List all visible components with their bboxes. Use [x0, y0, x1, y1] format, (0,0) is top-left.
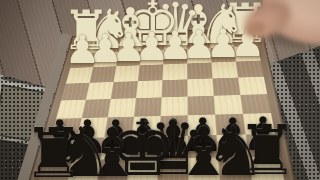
square-c1: [187, 34, 210, 49]
square-a4: [238, 77, 267, 95]
square-b5: [214, 95, 243, 115]
square-e2: [139, 50, 163, 66]
square-b1: [209, 33, 234, 48]
square-a2: [234, 46, 261, 62]
square-g4: [86, 82, 114, 100]
square-a5: [240, 94, 271, 114]
square-c8: [188, 158, 220, 180]
square-b6: [215, 114, 246, 135]
square-g6: [77, 117, 107, 138]
square-d2: [163, 49, 187, 65]
square-d3: [162, 63, 187, 80]
square-f3: [113, 65, 139, 82]
square-h8: [38, 160, 73, 180]
square-f4: [111, 81, 138, 99]
square-f1: [119, 37, 143, 52]
square-g3: [90, 66, 117, 83]
square-d6: [160, 115, 188, 136]
square-g1: [96, 38, 121, 52]
square-b7: [216, 134, 248, 157]
square-d8: [157, 158, 188, 180]
square-d4: [162, 79, 188, 97]
square-g5: [82, 99, 111, 118]
square-f7: [101, 137, 132, 160]
square-c6: [188, 115, 217, 136]
board-grid: [38, 32, 285, 180]
square-c7: [188, 135, 218, 158]
square-c2: [187, 48, 211, 64]
square-d5: [161, 97, 188, 116]
square-b8: [218, 157, 252, 180]
square-e6: [132, 116, 161, 137]
square-e4: [136, 80, 162, 98]
square-e8: [127, 159, 159, 180]
square-a1: [232, 32, 258, 47]
square-f5: [108, 98, 136, 117]
square-c4: [187, 78, 213, 96]
square-f8: [97, 159, 130, 180]
square-c5: [187, 96, 215, 116]
square-c3: [187, 63, 212, 80]
square-a8: [249, 157, 285, 180]
square-e5: [134, 97, 162, 116]
square-e7: [129, 136, 159, 159]
square-e3: [138, 64, 163, 81]
square-f6: [104, 117, 134, 138]
square-g7: [72, 137, 104, 159]
square-b2: [210, 47, 236, 63]
square-a6: [243, 113, 275, 134]
square-b3: [211, 62, 238, 79]
photo-scene: ♜♞♝♛♚♝♞♜♟♟♟♟♟♟♟♟♟♟♟♟♟♟♟♟♜♞♝♛♚♝♞♜: [0, 0, 320, 180]
square-d1: [164, 35, 187, 50]
square-f2: [116, 51, 141, 67]
square-g2: [93, 52, 119, 67]
square-b4: [212, 78, 240, 96]
square-e1: [141, 36, 164, 51]
square-d7: [158, 136, 188, 159]
square-a7: [246, 134, 280, 157]
square-g8: [67, 159, 101, 180]
square-a3: [236, 61, 264, 78]
